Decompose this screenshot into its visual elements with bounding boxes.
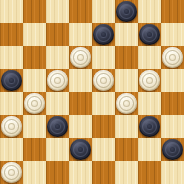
white-man-b4[interactable] [24, 93, 45, 114]
square-f1 [115, 161, 138, 184]
black-man-f8[interactable] [116, 1, 137, 22]
square-a4 [0, 92, 23, 115]
square-b4[interactable] [23, 92, 46, 115]
white-man-a1[interactable] [1, 162, 22, 183]
square-h7 [161, 23, 184, 46]
black-man-c3[interactable] [47, 116, 68, 137]
square-a5[interactable] [0, 69, 23, 92]
square-a2 [0, 138, 23, 161]
square-c2 [46, 138, 69, 161]
square-d5 [69, 69, 92, 92]
square-g6 [138, 46, 161, 69]
square-b1 [23, 161, 46, 184]
white-man-c5[interactable] [47, 70, 68, 91]
square-b5 [23, 69, 46, 92]
square-b2[interactable] [23, 138, 46, 161]
square-e1[interactable] [92, 161, 115, 184]
black-man-g7[interactable] [139, 24, 160, 45]
square-h5 [161, 69, 184, 92]
square-e6 [92, 46, 115, 69]
square-c1[interactable] [46, 161, 69, 184]
square-f5 [115, 69, 138, 92]
square-g1[interactable] [138, 161, 161, 184]
square-d6[interactable] [69, 46, 92, 69]
square-e8 [92, 0, 115, 23]
checkers-board [0, 0, 184, 184]
square-a7[interactable] [0, 23, 23, 46]
square-h2[interactable] [161, 138, 184, 161]
square-b3 [23, 115, 46, 138]
square-a3[interactable] [0, 115, 23, 138]
square-b6[interactable] [23, 46, 46, 69]
square-g5[interactable] [138, 69, 161, 92]
square-e5[interactable] [92, 69, 115, 92]
square-c3[interactable] [46, 115, 69, 138]
white-man-g5[interactable] [139, 70, 160, 91]
square-d2[interactable] [69, 138, 92, 161]
square-f8[interactable] [115, 0, 138, 23]
square-d1 [69, 161, 92, 184]
square-h8[interactable] [161, 0, 184, 23]
square-d4[interactable] [69, 92, 92, 115]
square-c5[interactable] [46, 69, 69, 92]
black-man-h2[interactable] [162, 139, 183, 160]
square-h6[interactable] [161, 46, 184, 69]
square-f7 [115, 23, 138, 46]
square-d7 [69, 23, 92, 46]
white-man-d6[interactable] [70, 47, 91, 68]
square-b7 [23, 23, 46, 46]
square-f3 [115, 115, 138, 138]
square-h1 [161, 161, 184, 184]
square-g7[interactable] [138, 23, 161, 46]
square-g4 [138, 92, 161, 115]
square-f4[interactable] [115, 92, 138, 115]
square-b8[interactable] [23, 0, 46, 23]
square-f6[interactable] [115, 46, 138, 69]
square-c6 [46, 46, 69, 69]
square-h3 [161, 115, 184, 138]
square-c4 [46, 92, 69, 115]
square-a1[interactable] [0, 161, 23, 184]
square-f2[interactable] [115, 138, 138, 161]
square-d8[interactable] [69, 0, 92, 23]
square-e2 [92, 138, 115, 161]
white-man-a3[interactable] [1, 116, 22, 137]
square-h4[interactable] [161, 92, 184, 115]
square-e4 [92, 92, 115, 115]
square-a6 [0, 46, 23, 69]
square-c8 [46, 0, 69, 23]
square-a8 [0, 0, 23, 23]
white-man-f4[interactable] [116, 93, 137, 114]
black-man-g3[interactable] [139, 116, 160, 137]
white-man-e5[interactable] [93, 70, 114, 91]
black-man-a5[interactable] [1, 70, 22, 91]
black-man-e7[interactable] [93, 24, 114, 45]
square-g3[interactable] [138, 115, 161, 138]
square-e3[interactable] [92, 115, 115, 138]
square-d3 [69, 115, 92, 138]
square-e7[interactable] [92, 23, 115, 46]
square-g8 [138, 0, 161, 23]
black-man-d2[interactable] [70, 139, 91, 160]
square-g2 [138, 138, 161, 161]
square-c7[interactable] [46, 23, 69, 46]
white-man-h6[interactable] [162, 47, 183, 68]
